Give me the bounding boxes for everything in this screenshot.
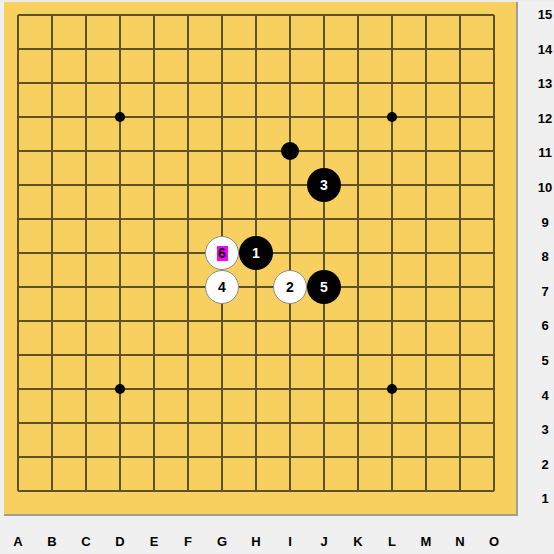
intersection-I7[interactable]: 2 (273, 270, 307, 304)
intersection-D13[interactable] (103, 66, 137, 100)
grid-line-h (18, 14, 35, 16)
grid-line-h (18, 48, 35, 50)
grid-line-h (477, 354, 494, 356)
intersection-F11[interactable] (171, 134, 205, 168)
intersection-N10[interactable] (443, 168, 477, 202)
intersection-C13[interactable] (69, 66, 103, 100)
intersection-M4[interactable] (409, 372, 443, 406)
intersection-O9[interactable] (477, 202, 511, 236)
grid-line-v (459, 270, 461, 304)
grid-line-v (493, 270, 495, 304)
grid-line-v (17, 270, 19, 304)
intersection-J7[interactable]: 5 (307, 270, 341, 304)
intersection-A4[interactable] (1, 372, 35, 406)
intersection-M9[interactable] (409, 202, 443, 236)
intersection-F14[interactable] (171, 32, 205, 66)
grid-line-h (477, 218, 494, 220)
intersection-O1[interactable] (477, 474, 511, 508)
row-label-14: 14 (530, 42, 554, 58)
intersection-E8[interactable] (137, 236, 171, 270)
intersection-B1[interactable] (35, 474, 69, 508)
intersection-F8[interactable] (171, 236, 205, 270)
intersection-M1[interactable] (409, 474, 443, 508)
intersection-M5[interactable] (409, 338, 443, 372)
intersection-G4[interactable] (205, 372, 239, 406)
intersection-G6[interactable] (205, 304, 239, 338)
intersection-G7[interactable]: 4 (205, 270, 239, 304)
intersection-J10[interactable]: 3 (307, 168, 341, 202)
intersection-A10[interactable] (1, 168, 35, 202)
intersection-O5[interactable] (477, 338, 511, 372)
intersection-B12[interactable] (35, 100, 69, 134)
intersection-N2[interactable] (443, 440, 477, 474)
intersection-G9[interactable] (205, 202, 239, 236)
grid-line-v (187, 236, 189, 270)
intersection-H7[interactable] (239, 270, 273, 304)
grid-line-v (357, 270, 359, 304)
intersection-K10[interactable] (341, 168, 375, 202)
intersection-N1[interactable] (443, 474, 477, 508)
intersection-I6[interactable] (273, 304, 307, 338)
grid-line-v (493, 32, 495, 66)
intersection-C2[interactable] (69, 440, 103, 474)
intersection-J2[interactable] (307, 440, 341, 474)
intersection-E5[interactable] (137, 338, 171, 372)
intersection-E2[interactable] (137, 440, 171, 474)
intersection-E6[interactable] (137, 304, 171, 338)
intersection-G5[interactable] (205, 338, 239, 372)
intersection-H11[interactable] (239, 134, 273, 168)
intersection-C12[interactable] (69, 100, 103, 134)
intersection-B6[interactable] (35, 304, 69, 338)
intersection-F12[interactable] (171, 100, 205, 134)
intersection-B15[interactable] (35, 0, 69, 32)
intersection-L14[interactable] (375, 32, 409, 66)
intersection-O15[interactable] (477, 0, 511, 32)
intersection-M10[interactable] (409, 168, 443, 202)
intersection-I8[interactable] (273, 236, 307, 270)
intersection-E3[interactable] (137, 406, 171, 440)
intersection-G11[interactable] (205, 134, 239, 168)
intersection-F13[interactable] (171, 66, 205, 100)
intersection-I14[interactable] (273, 32, 307, 66)
intersection-J1[interactable] (307, 474, 341, 508)
intersection-K1[interactable] (341, 474, 375, 508)
intersection-B10[interactable] (35, 168, 69, 202)
intersection-O7[interactable] (477, 270, 511, 304)
intersection-B8[interactable] (35, 236, 69, 270)
column-label-K: K (341, 535, 375, 549)
intersection-B5[interactable] (35, 338, 69, 372)
intersection-D4[interactable] (103, 372, 137, 406)
intersection-O2[interactable] (477, 440, 511, 474)
intersection-N6[interactable] (443, 304, 477, 338)
grid-line-v (17, 372, 19, 406)
grid-line-v (51, 338, 53, 372)
intersection-J9[interactable] (307, 202, 341, 236)
intersection-H9[interactable] (239, 202, 273, 236)
intersection-E14[interactable] (137, 32, 171, 66)
intersection-A9[interactable] (1, 202, 35, 236)
intersection-F2[interactable] (171, 440, 205, 474)
grid-line-v (17, 168, 19, 202)
intersection-I12[interactable] (273, 100, 307, 134)
intersection-J8[interactable] (307, 236, 341, 270)
intersection-M13[interactable] (409, 66, 443, 100)
intersection-M11[interactable] (409, 134, 443, 168)
intersection-K6[interactable] (341, 304, 375, 338)
move-number-last-move-highlight: 6 (217, 246, 228, 261)
grid-line-v (493, 134, 495, 168)
intersection-A11[interactable] (1, 134, 35, 168)
intersection-G1[interactable] (205, 474, 239, 508)
intersection-L3[interactable] (375, 406, 409, 440)
intersection-L4[interactable] (375, 372, 409, 406)
intersection-G3[interactable] (205, 406, 239, 440)
intersection-K12[interactable] (341, 100, 375, 134)
intersection-N4[interactable] (443, 372, 477, 406)
intersection-G13[interactable] (205, 66, 239, 100)
row-label-13: 13 (530, 76, 554, 92)
grid-line-v (51, 440, 53, 474)
intersection-B2[interactable] (35, 440, 69, 474)
intersection-L7[interactable] (375, 270, 409, 304)
grid-line-v (85, 304, 87, 338)
grid-line-v (289, 440, 291, 474)
intersection-O13[interactable] (477, 66, 511, 100)
intersection-I15[interactable] (273, 0, 307, 32)
intersection-G14[interactable] (205, 32, 239, 66)
intersection-A3[interactable] (1, 406, 35, 440)
intersection-K11[interactable] (341, 134, 375, 168)
intersection-K7[interactable] (341, 270, 375, 304)
grid-line-v (187, 15, 189, 32)
grid-line-v (51, 66, 53, 100)
intersection-H6[interactable] (239, 304, 273, 338)
intersection-M12[interactable] (409, 100, 443, 134)
grid-line-v (459, 100, 461, 134)
intersection-N3[interactable] (443, 406, 477, 440)
intersection-F3[interactable] (171, 406, 205, 440)
intersection-D1[interactable] (103, 474, 137, 508)
intersection-O14[interactable] (477, 32, 511, 66)
grid-line-v (17, 440, 19, 474)
intersection-N14[interactable] (443, 32, 477, 66)
intersection-H15[interactable] (239, 0, 273, 32)
intersection-M14[interactable] (409, 32, 443, 66)
star-point-L12 (387, 112, 397, 122)
intersection-G15[interactable] (205, 0, 239, 32)
grid-line-v (425, 338, 427, 372)
intersection-C5[interactable] (69, 338, 103, 372)
intersection-L6[interactable] (375, 304, 409, 338)
intersection-M3[interactable] (409, 406, 443, 440)
intersection-K8[interactable] (341, 236, 375, 270)
intersection-H5[interactable] (239, 338, 273, 372)
grid-line-v (221, 100, 223, 134)
grid-line-v (391, 66, 393, 100)
intersection-F15[interactable] (171, 0, 205, 32)
intersection-J12[interactable] (307, 100, 341, 134)
intersection-D8[interactable] (103, 236, 137, 270)
intersection-J13[interactable] (307, 66, 341, 100)
grid-line-v (85, 32, 87, 66)
intersection-O4[interactable] (477, 372, 511, 406)
intersection-N9[interactable] (443, 202, 477, 236)
intersection-B3[interactable] (35, 406, 69, 440)
intersection-K5[interactable] (341, 338, 375, 372)
grid-line-v (187, 372, 189, 406)
intersection-G8[interactable]: 6 (205, 236, 239, 270)
intersection-I3[interactable] (273, 406, 307, 440)
grid-line-v (459, 338, 461, 372)
grid-line-v (255, 338, 257, 372)
intersection-E9[interactable] (137, 202, 171, 236)
grid-line-v (459, 372, 461, 406)
intersection-C10[interactable] (69, 168, 103, 202)
grid-line-v (323, 32, 325, 66)
grid-line-v (119, 338, 121, 372)
intersection-N13[interactable] (443, 66, 477, 100)
intersection-F7[interactable] (171, 270, 205, 304)
grid-line-v (255, 100, 257, 134)
intersection-D5[interactable] (103, 338, 137, 372)
intersection-A1[interactable] (1, 474, 35, 508)
intersection-L11[interactable] (375, 134, 409, 168)
intersection-B13[interactable] (35, 66, 69, 100)
grid-line-h (18, 388, 35, 390)
intersection-K9[interactable] (341, 202, 375, 236)
intersection-C4[interactable] (69, 372, 103, 406)
intersection-J4[interactable] (307, 372, 341, 406)
intersection-C6[interactable] (69, 304, 103, 338)
intersection-B9[interactable] (35, 202, 69, 236)
intersection-N8[interactable] (443, 236, 477, 270)
intersection-M8[interactable] (409, 236, 443, 270)
grid-line-v (17, 100, 19, 134)
intersection-G12[interactable] (205, 100, 239, 134)
intersection-J3[interactable] (307, 406, 341, 440)
intersection-G10[interactable] (205, 168, 239, 202)
grid-line-v (425, 15, 427, 32)
intersection-F6[interactable] (171, 304, 205, 338)
intersection-D11[interactable] (103, 134, 137, 168)
intersection-M7[interactable] (409, 270, 443, 304)
intersection-I10[interactable] (273, 168, 307, 202)
intersection-L2[interactable] (375, 440, 409, 474)
intersection-D3[interactable] (103, 406, 137, 440)
intersection-B14[interactable] (35, 32, 69, 66)
intersection-A7[interactable] (1, 270, 35, 304)
grid-line-v (255, 270, 257, 304)
intersection-I9[interactable] (273, 202, 307, 236)
intersection-H14[interactable] (239, 32, 273, 66)
intersection-A15[interactable] (1, 0, 35, 32)
intersection-J6[interactable] (307, 304, 341, 338)
intersection-C7[interactable] (69, 270, 103, 304)
grid-line-v (323, 100, 325, 134)
grid-line-v (459, 66, 461, 100)
intersection-A12[interactable] (1, 100, 35, 134)
intersection-H13[interactable] (239, 66, 273, 100)
intersection-D7[interactable] (103, 270, 137, 304)
grid-line-h (477, 422, 494, 424)
intersection-H4[interactable] (239, 372, 273, 406)
grid-line-v (459, 304, 461, 338)
intersection-A14[interactable] (1, 32, 35, 66)
intersection-K15[interactable] (341, 0, 375, 32)
intersection-O11[interactable] (477, 134, 511, 168)
grid-line-v (493, 338, 495, 372)
intersection-E1[interactable] (137, 474, 171, 508)
grid-line-v (187, 406, 189, 440)
intersection-A5[interactable] (1, 338, 35, 372)
intersection-M6[interactable] (409, 304, 443, 338)
grid-line-v (289, 304, 291, 338)
intersection-I5[interactable] (273, 338, 307, 372)
intersection-B4[interactable] (35, 372, 69, 406)
intersection-G2[interactable] (205, 440, 239, 474)
intersection-H1[interactable] (239, 474, 273, 508)
grid-line-v (459, 474, 461, 491)
grid-line-v (153, 168, 155, 202)
intersection-A8[interactable] (1, 236, 35, 270)
grid-line-v (221, 338, 223, 372)
intersection-N7[interactable] (443, 270, 477, 304)
intersection-N11[interactable] (443, 134, 477, 168)
intersection-C1[interactable] (69, 474, 103, 508)
intersection-A6[interactable] (1, 304, 35, 338)
intersection-L10[interactable] (375, 168, 409, 202)
intersection-C9[interactable] (69, 202, 103, 236)
row-label-9: 9 (530, 215, 554, 231)
intersection-E12[interactable] (137, 100, 171, 134)
intersection-L1[interactable] (375, 474, 409, 508)
intersection-E4[interactable] (137, 372, 171, 406)
intersection-F9[interactable] (171, 202, 205, 236)
grid-line-v (425, 236, 427, 270)
intersection-L9[interactable] (375, 202, 409, 236)
intersection-D6[interactable] (103, 304, 137, 338)
intersection-H3[interactable] (239, 406, 273, 440)
grid-line-v (187, 168, 189, 202)
intersection-E7[interactable] (137, 270, 171, 304)
intersection-I2[interactable] (273, 440, 307, 474)
grid-line-v (323, 202, 325, 236)
intersection-A13[interactable] (1, 66, 35, 100)
intersection-A2[interactable] (1, 440, 35, 474)
stone-black-move-3-J10: 3 (307, 168, 341, 202)
grid-line-v (459, 440, 461, 474)
intersection-D10[interactable] (103, 168, 137, 202)
grid-line-v (51, 202, 53, 236)
intersection-L5[interactable] (375, 338, 409, 372)
intersection-H12[interactable] (239, 100, 273, 134)
intersection-N5[interactable] (443, 338, 477, 372)
intersection-D9[interactable] (103, 202, 137, 236)
intersection-J15[interactable] (307, 0, 341, 32)
intersection-J5[interactable] (307, 338, 341, 372)
intersection-B7[interactable] (35, 270, 69, 304)
intersection-B11[interactable] (35, 134, 69, 168)
intersection-J11[interactable] (307, 134, 341, 168)
column-labels: ABCDEFGHIJKLMNO (1, 535, 511, 549)
intersection-L15[interactable] (375, 0, 409, 32)
intersection-M2[interactable] (409, 440, 443, 474)
intersection-M15[interactable] (409, 0, 443, 32)
intersection-I11[interactable] (273, 134, 307, 168)
intersection-K13[interactable] (341, 66, 375, 100)
intersection-N15[interactable] (443, 0, 477, 32)
intersection-F10[interactable] (171, 168, 205, 202)
grid-line-v (425, 406, 427, 440)
row-labels: 151413121110987654321 (530, 0, 554, 554)
grid-line-v (459, 236, 461, 270)
intersection-O8[interactable] (477, 236, 511, 270)
intersection-N12[interactable] (443, 100, 477, 134)
intersection-D15[interactable] (103, 0, 137, 32)
intersection-H10[interactable] (239, 168, 273, 202)
intersection-C3[interactable] (69, 406, 103, 440)
intersection-E15[interactable] (137, 0, 171, 32)
intersection-F4[interactable] (171, 372, 205, 406)
intersection-O6[interactable] (477, 304, 511, 338)
grid-line-v (289, 32, 291, 66)
intersection-E13[interactable] (137, 66, 171, 100)
intersection-K2[interactable] (341, 440, 375, 474)
grid-line-v (425, 372, 427, 406)
intersection-O3[interactable] (477, 406, 511, 440)
grid-line-v (255, 32, 257, 66)
intersection-H8[interactable]: 1 (239, 236, 273, 270)
grid-line-v (85, 15, 87, 32)
grid-line-v (323, 440, 325, 474)
intersection-O12[interactable] (477, 100, 511, 134)
intersection-L12[interactable] (375, 100, 409, 134)
intersection-D14[interactable] (103, 32, 137, 66)
intersection-I4[interactable] (273, 372, 307, 406)
intersection-I13[interactable] (273, 66, 307, 100)
intersection-K14[interactable] (341, 32, 375, 66)
intersection-F5[interactable] (171, 338, 205, 372)
intersection-F1[interactable] (171, 474, 205, 508)
intersection-L8[interactable] (375, 236, 409, 270)
column-label-H: H (239, 535, 273, 549)
grid-line-v (85, 66, 87, 100)
intersection-D12[interactable] (103, 100, 137, 134)
intersection-I1[interactable] (273, 474, 307, 508)
intersection-H2[interactable] (239, 440, 273, 474)
grid-line-v (153, 202, 155, 236)
grid-line-h (477, 286, 494, 288)
intersection-C14[interactable] (69, 32, 103, 66)
column-label-E: E (137, 535, 171, 549)
grid-line-v (221, 474, 223, 491)
intersection-E11[interactable] (137, 134, 171, 168)
intersection-O10[interactable] (477, 168, 511, 202)
intersection-L13[interactable] (375, 66, 409, 100)
intersection-C8[interactable] (69, 236, 103, 270)
grid-line-v (357, 134, 359, 168)
intersection-K3[interactable] (341, 406, 375, 440)
intersection-C11[interactable] (69, 134, 103, 168)
intersection-E10[interactable] (137, 168, 171, 202)
intersection-C15[interactable] (69, 0, 103, 32)
intersection-J14[interactable] (307, 32, 341, 66)
intersection-D2[interactable] (103, 440, 137, 474)
grid-line-v (493, 15, 495, 32)
intersection-K4[interactable] (341, 372, 375, 406)
